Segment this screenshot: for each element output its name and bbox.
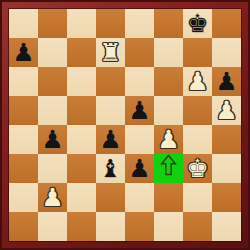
piece-black-pawn[interactable]: ♟ <box>96 125 125 154</box>
piece-black-pawn[interactable]: ♟ <box>9 38 38 67</box>
square-a8[interactable] <box>9 9 38 38</box>
square-e4[interactable] <box>125 125 154 154</box>
square-h7[interactable] <box>212 38 241 67</box>
square-g4[interactable] <box>183 125 212 154</box>
square-g6[interactable]: ♟ <box>183 67 212 96</box>
square-b4[interactable]: ♟ <box>38 125 67 154</box>
square-b6[interactable] <box>38 67 67 96</box>
piece-white-rook[interactable]: ♜ <box>96 38 125 67</box>
square-f1[interactable] <box>154 212 183 241</box>
piece-white-pawn[interactable]: ♟ <box>212 96 241 125</box>
square-f7[interactable] <box>154 38 183 67</box>
square-h1[interactable] <box>212 212 241 241</box>
square-h2[interactable] <box>212 183 241 212</box>
square-c4[interactable] <box>67 125 96 154</box>
piece-white-king[interactable]: ♚ <box>183 154 212 183</box>
square-d2[interactable] <box>96 183 125 212</box>
square-b5[interactable] <box>38 96 67 125</box>
piece-white-pawn[interactable]: ♟ <box>38 183 67 212</box>
square-d6[interactable] <box>96 67 125 96</box>
square-e3[interactable]: ♟ <box>125 154 154 183</box>
square-c3[interactable] <box>67 154 96 183</box>
square-a3[interactable] <box>9 154 38 183</box>
piece-black-pawn[interactable]: ♟ <box>125 96 154 125</box>
square-c7[interactable] <box>67 38 96 67</box>
square-e1[interactable] <box>125 212 154 241</box>
square-b3[interactable] <box>38 154 67 183</box>
square-c8[interactable] <box>67 9 96 38</box>
square-a2[interactable] <box>9 183 38 212</box>
square-h3[interactable] <box>212 154 241 183</box>
square-e8[interactable] <box>125 9 154 38</box>
square-d7[interactable]: ♜ <box>96 38 125 67</box>
piece-white-pawn[interactable]: ♟ <box>154 125 183 154</box>
square-e5[interactable]: ♟ <box>125 96 154 125</box>
square-f3[interactable] <box>154 154 183 183</box>
square-d5[interactable] <box>96 96 125 125</box>
square-d1[interactable] <box>96 212 125 241</box>
square-a1[interactable] <box>9 212 38 241</box>
piece-white-pawn[interactable]: ♟ <box>183 67 212 96</box>
piece-black-pawn[interactable]: ♟ <box>125 154 154 183</box>
square-a5[interactable] <box>9 96 38 125</box>
move-arrow-up-icon <box>154 154 183 183</box>
square-h4[interactable] <box>212 125 241 154</box>
square-h8[interactable] <box>212 9 241 38</box>
square-d4[interactable]: ♟ <box>96 125 125 154</box>
square-h5[interactable]: ♟ <box>212 96 241 125</box>
square-g7[interactable] <box>183 38 212 67</box>
square-b8[interactable] <box>38 9 67 38</box>
square-g8[interactable]: ♚ <box>183 9 212 38</box>
piece-black-bishop[interactable]: ♝ <box>96 154 125 183</box>
square-a6[interactable] <box>9 67 38 96</box>
square-d3[interactable]: ♝ <box>96 154 125 183</box>
square-b1[interactable] <box>38 212 67 241</box>
square-e6[interactable] <box>125 67 154 96</box>
square-f2[interactable] <box>154 183 183 212</box>
square-e7[interactable] <box>125 38 154 67</box>
square-f5[interactable] <box>154 96 183 125</box>
square-h6[interactable]: ♟ <box>212 67 241 96</box>
square-b2[interactable]: ♟ <box>38 183 67 212</box>
square-f4[interactable]: ♟ <box>154 125 183 154</box>
square-g5[interactable] <box>183 96 212 125</box>
square-e2[interactable] <box>125 183 154 212</box>
square-d8[interactable] <box>96 9 125 38</box>
square-g2[interactable] <box>183 183 212 212</box>
square-c2[interactable] <box>67 183 96 212</box>
piece-black-pawn[interactable]: ♟ <box>212 67 241 96</box>
square-c6[interactable] <box>67 67 96 96</box>
chess-board: ♚♟♜♟♟♟♟♟♟♟♝♟♚♟ <box>9 9 241 241</box>
square-a7[interactable]: ♟ <box>9 38 38 67</box>
square-f8[interactable] <box>154 9 183 38</box>
chess-board-frame: ♚♟♜♟♟♟♟♟♟♟♝♟♚♟ <box>0 0 250 250</box>
square-c5[interactable] <box>67 96 96 125</box>
square-g3[interactable]: ♚ <box>183 154 212 183</box>
square-c1[interactable] <box>67 212 96 241</box>
square-f6[interactable] <box>154 67 183 96</box>
square-a4[interactable] <box>9 125 38 154</box>
piece-black-king[interactable]: ♚ <box>183 9 212 38</box>
square-b7[interactable] <box>38 38 67 67</box>
square-g1[interactable] <box>183 212 212 241</box>
piece-black-pawn[interactable]: ♟ <box>38 125 67 154</box>
